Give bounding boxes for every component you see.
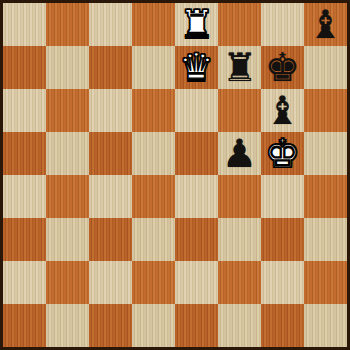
piece-black-king[interactable]: ♚ (265, 46, 300, 89)
square-g1[interactable] (261, 304, 304, 347)
square-b5[interactable] (46, 132, 89, 175)
chessboard-window: ♜♝♛♜♚♝♟♚ (0, 0, 350, 350)
square-f7[interactable]: ♜ (218, 46, 261, 89)
chess-board: ♜♝♛♜♚♝♟♚ (0, 0, 350, 350)
square-g4[interactable] (261, 175, 304, 218)
square-b7[interactable] (46, 46, 89, 89)
square-f3[interactable] (218, 218, 261, 261)
piece-white-king[interactable]: ♚ (265, 132, 300, 175)
square-d3[interactable] (132, 218, 175, 261)
square-e2[interactable] (175, 261, 218, 304)
square-c3[interactable] (89, 218, 132, 261)
square-e3[interactable] (175, 218, 218, 261)
square-h7[interactable] (304, 46, 347, 89)
square-a1[interactable] (3, 304, 46, 347)
square-g6[interactable]: ♝ (261, 89, 304, 132)
square-d1[interactable] (132, 304, 175, 347)
square-g3[interactable] (261, 218, 304, 261)
square-e7[interactable]: ♛ (175, 46, 218, 89)
square-h4[interactable] (304, 175, 347, 218)
square-a5[interactable] (3, 132, 46, 175)
square-h1[interactable] (304, 304, 347, 347)
square-f4[interactable] (218, 175, 261, 218)
square-a2[interactable] (3, 261, 46, 304)
square-a4[interactable] (3, 175, 46, 218)
square-e4[interactable] (175, 175, 218, 218)
square-b4[interactable] (46, 175, 89, 218)
square-c1[interactable] (89, 304, 132, 347)
piece-black-bishop[interactable]: ♝ (308, 3, 343, 46)
square-b2[interactable] (46, 261, 89, 304)
piece-black-rook[interactable]: ♜ (222, 46, 257, 89)
square-c5[interactable] (89, 132, 132, 175)
square-f6[interactable] (218, 89, 261, 132)
square-a3[interactable] (3, 218, 46, 261)
square-d5[interactable] (132, 132, 175, 175)
square-f8[interactable] (218, 3, 261, 46)
square-c2[interactable] (89, 261, 132, 304)
square-g7[interactable]: ♚ (261, 46, 304, 89)
square-h6[interactable] (304, 89, 347, 132)
square-c7[interactable] (89, 46, 132, 89)
square-c4[interactable] (89, 175, 132, 218)
square-b8[interactable] (46, 3, 89, 46)
square-b3[interactable] (46, 218, 89, 261)
square-a7[interactable] (3, 46, 46, 89)
square-h2[interactable] (304, 261, 347, 304)
square-g5[interactable]: ♚ (261, 132, 304, 175)
square-h3[interactable] (304, 218, 347, 261)
piece-white-queen[interactable]: ♛ (179, 46, 214, 89)
square-d2[interactable] (132, 261, 175, 304)
square-h5[interactable] (304, 132, 347, 175)
piece-white-rook[interactable]: ♜ (179, 3, 214, 46)
square-g8[interactable] (261, 3, 304, 46)
square-e5[interactable] (175, 132, 218, 175)
square-c8[interactable] (89, 3, 132, 46)
square-e6[interactable] (175, 89, 218, 132)
square-h8[interactable]: ♝ (304, 3, 347, 46)
square-f5[interactable]: ♟ (218, 132, 261, 175)
square-e1[interactable] (175, 304, 218, 347)
square-a8[interactable] (3, 3, 46, 46)
square-b1[interactable] (46, 304, 89, 347)
piece-black-bishop[interactable]: ♝ (265, 89, 300, 132)
square-d4[interactable] (132, 175, 175, 218)
square-b6[interactable] (46, 89, 89, 132)
square-d6[interactable] (132, 89, 175, 132)
square-g2[interactable] (261, 261, 304, 304)
square-f1[interactable] (218, 304, 261, 347)
square-c6[interactable] (89, 89, 132, 132)
square-a6[interactable] (3, 89, 46, 132)
square-d8[interactable] (132, 3, 175, 46)
piece-black-pawn[interactable]: ♟ (222, 132, 257, 175)
square-e8[interactable]: ♜ (175, 3, 218, 46)
square-d7[interactable] (132, 46, 175, 89)
square-f2[interactable] (218, 261, 261, 304)
